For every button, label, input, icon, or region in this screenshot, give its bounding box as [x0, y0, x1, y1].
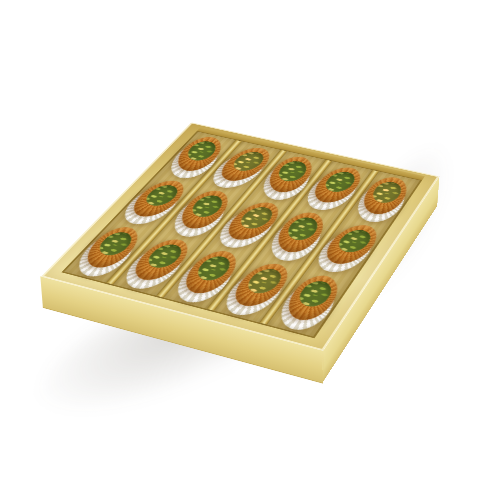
baklava-piece — [214, 257, 301, 322]
paper-cup — [166, 253, 242, 307]
pistachio-topping — [234, 204, 278, 231]
pistachio-topping — [274, 159, 311, 183]
pistachio-topping — [191, 254, 235, 284]
paper-cup — [215, 265, 294, 321]
paper-cup — [271, 278, 344, 335]
pistachio-topping — [93, 230, 137, 258]
perspective-scene — [0, 0, 480, 480]
baklava-piece — [270, 269, 349, 335]
baklava-piece — [67, 221, 151, 281]
gold-gift-box — [41, 122, 439, 350]
kadayif-roll — [77, 224, 147, 272]
paper-cup — [308, 226, 384, 277]
baklava-piece — [165, 245, 248, 308]
pistachio-topping — [369, 180, 406, 205]
pistachio-topping — [283, 215, 322, 242]
paper-cup — [114, 241, 193, 294]
pistachio-topping — [242, 266, 288, 297]
pistachio-topping — [294, 279, 337, 310]
kadayif-roll — [175, 247, 245, 297]
photo-stage — [0, 0, 480, 480]
kadayif-roll — [124, 235, 198, 284]
baklava-piece — [113, 233, 201, 295]
kadayif-roll — [316, 221, 386, 269]
pistachio-topping — [333, 227, 377, 255]
kadayif-roll — [279, 272, 347, 325]
kadayif-roll — [225, 259, 298, 311]
pistachio-topping — [142, 242, 188, 271]
paper-cup — [68, 229, 144, 281]
